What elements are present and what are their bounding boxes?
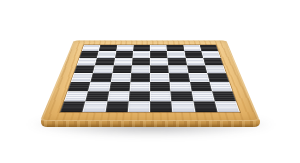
square-g5[interactable]: [187, 65, 207, 73]
square-e2[interactable]: [150, 91, 172, 101]
square-c4[interactable]: [110, 73, 131, 82]
square-a5[interactable]: [74, 65, 95, 73]
square-d7[interactable]: [132, 51, 150, 58]
square-e7[interactable]: [150, 51, 168, 58]
square-a1[interactable]: [60, 101, 85, 112]
square-e3[interactable]: [150, 82, 171, 91]
square-h3[interactable]: [209, 82, 232, 91]
square-f3[interactable]: [170, 82, 191, 91]
square-a7[interactable]: [79, 51, 98, 58]
square-b2[interactable]: [85, 91, 108, 101]
square-h1[interactable]: [215, 101, 240, 112]
square-g7[interactable]: [184, 51, 203, 58]
square-d6[interactable]: [132, 58, 150, 65]
square-h4[interactable]: [207, 73, 229, 82]
square-d5[interactable]: [131, 65, 150, 73]
square-c3[interactable]: [109, 82, 130, 91]
square-b6[interactable]: [95, 58, 115, 65]
square-h5[interactable]: [205, 65, 226, 73]
square-e4[interactable]: [150, 73, 170, 82]
square-d1[interactable]: [128, 101, 150, 112]
square-f2[interactable]: [171, 91, 193, 101]
square-g6[interactable]: [185, 58, 205, 65]
square-b5[interactable]: [93, 65, 113, 73]
square-f4[interactable]: [169, 73, 190, 82]
square-b1[interactable]: [83, 101, 107, 112]
square-a2[interactable]: [64, 91, 88, 101]
square-c1[interactable]: [105, 101, 128, 112]
square-h2[interactable]: [212, 91, 236, 101]
square-e1[interactable]: [150, 101, 172, 112]
square-b7[interactable]: [97, 51, 116, 58]
scene: [0, 0, 300, 163]
square-c5[interactable]: [112, 65, 132, 73]
chessboard-wooden-frame: [40, 40, 260, 121]
square-h7[interactable]: [201, 51, 220, 58]
square-a3[interactable]: [68, 82, 91, 91]
square-d4[interactable]: [130, 73, 150, 82]
square-e5[interactable]: [150, 65, 169, 73]
square-f5[interactable]: [168, 65, 188, 73]
chessboard: [40, 40, 260, 121]
square-c6[interactable]: [113, 58, 132, 65]
square-g2[interactable]: [191, 91, 214, 101]
square-g1[interactable]: [193, 101, 217, 112]
square-c7[interactable]: [115, 51, 133, 58]
square-a4[interactable]: [71, 73, 93, 82]
square-d2[interactable]: [128, 91, 150, 101]
square-b3[interactable]: [88, 82, 110, 91]
square-f1[interactable]: [172, 101, 195, 112]
square-h6[interactable]: [203, 58, 223, 65]
square-b4[interactable]: [91, 73, 112, 82]
square-f7[interactable]: [167, 51, 185, 58]
chessboard-grid: [60, 45, 240, 113]
square-e6[interactable]: [150, 58, 168, 65]
square-g3[interactable]: [190, 82, 212, 91]
square-d3[interactable]: [129, 82, 150, 91]
square-g4[interactable]: [188, 73, 209, 82]
square-c2[interactable]: [107, 91, 129, 101]
square-a6[interactable]: [77, 58, 97, 65]
square-f6[interactable]: [168, 58, 187, 65]
